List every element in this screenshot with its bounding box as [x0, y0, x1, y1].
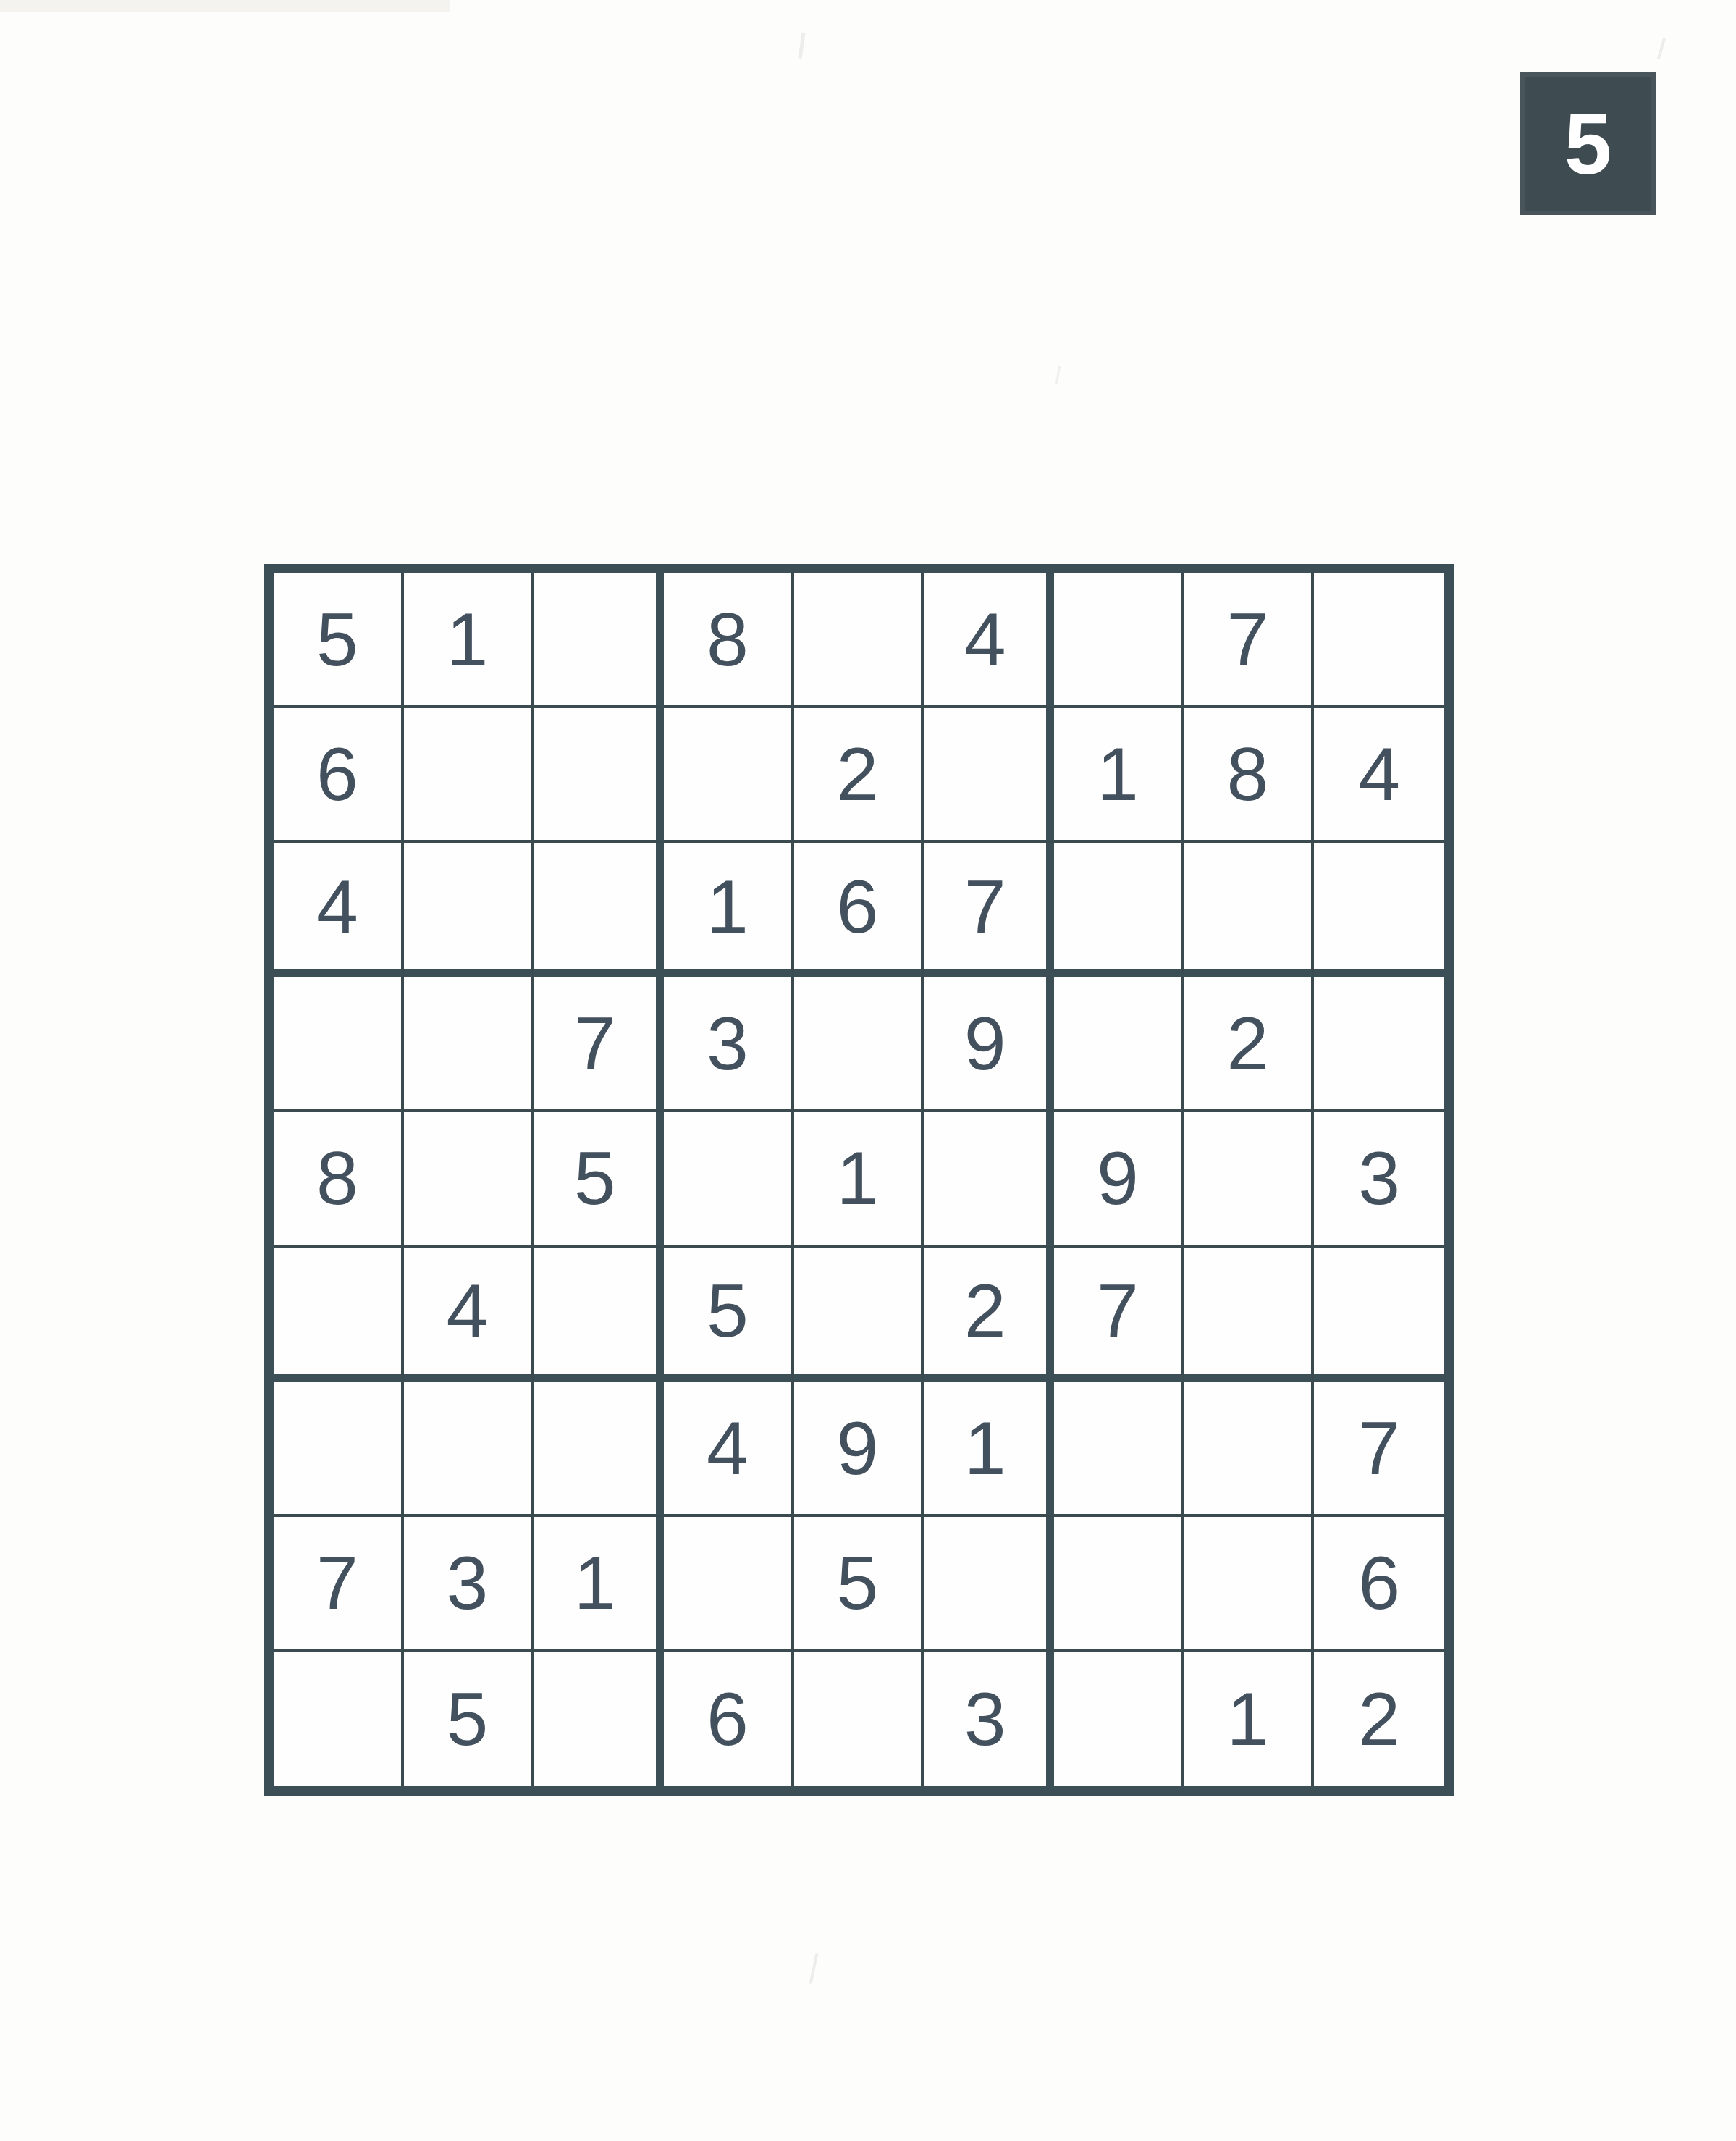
- cell-r8c5: 5: [794, 1517, 924, 1652]
- cell-r2c2: [404, 708, 534, 843]
- cell-r6c8: [1184, 1248, 1315, 1382]
- cell-r2c5: 2: [794, 708, 924, 843]
- sudoku-grid: 5184762184416773928519345274917731565631…: [264, 564, 1454, 1796]
- cell-r8c2: 3: [404, 1517, 534, 1652]
- cell-r1c4: 8: [664, 573, 794, 708]
- scan-speck: [1055, 366, 1061, 384]
- cell-r9c7: [1054, 1652, 1184, 1786]
- cell-r7c9: 7: [1314, 1382, 1444, 1517]
- cell-r6c7: 7: [1054, 1248, 1184, 1382]
- cell-r5c8: [1184, 1112, 1315, 1247]
- cell-r2c6: [924, 708, 1054, 843]
- cell-r4c7: [1054, 977, 1184, 1112]
- cell-r8c3: 1: [534, 1517, 664, 1652]
- cell-r4c2: [404, 977, 534, 1112]
- cell-r3c3: [534, 843, 664, 977]
- cell-r7c3: [534, 1382, 664, 1517]
- scan-speck: [809, 1953, 819, 1984]
- cell-r4c1: [274, 977, 404, 1112]
- cell-r2c3: [534, 708, 664, 843]
- cell-r1c1: 5: [274, 573, 404, 708]
- cell-r6c4: 5: [664, 1248, 794, 1382]
- cell-r1c8: 7: [1184, 573, 1315, 708]
- cell-r1c5: [794, 573, 924, 708]
- cell-r5c2: [404, 1112, 534, 1247]
- cell-r6c5: [794, 1248, 924, 1382]
- cell-r6c1: [274, 1248, 404, 1382]
- cell-r1c3: [534, 573, 664, 708]
- cell-r8c9: 6: [1314, 1517, 1444, 1652]
- cell-r8c1: 7: [274, 1517, 404, 1652]
- cell-r5c7: 9: [1054, 1112, 1184, 1247]
- cell-r8c6: [924, 1517, 1054, 1652]
- cell-r3c9: [1314, 843, 1444, 977]
- cell-r3c6: 7: [924, 843, 1054, 977]
- cell-r7c2: [404, 1382, 534, 1517]
- cell-r3c1: 4: [274, 843, 404, 977]
- cell-r8c4: [664, 1517, 794, 1652]
- cell-r6c3: [534, 1248, 664, 1382]
- cell-r3c7: [1054, 843, 1184, 977]
- cell-r4c8: 2: [1184, 977, 1315, 1112]
- cell-r3c4: 1: [664, 843, 794, 977]
- cell-r9c3: [534, 1652, 664, 1786]
- cell-r9c6: 3: [924, 1652, 1054, 1786]
- cell-r4c9: [1314, 977, 1444, 1112]
- cell-r2c4: [664, 708, 794, 843]
- cell-r9c5: [794, 1652, 924, 1786]
- cell-r1c7: [1054, 573, 1184, 708]
- cell-r9c9: 2: [1314, 1652, 1444, 1786]
- cell-r6c2: 4: [404, 1248, 534, 1382]
- cell-r9c1: [274, 1652, 404, 1786]
- cell-r9c4: 6: [664, 1652, 794, 1786]
- cell-r7c8: [1184, 1382, 1315, 1517]
- cell-r7c5: 9: [794, 1382, 924, 1517]
- cell-r6c6: 2: [924, 1248, 1054, 1382]
- cell-r4c4: 3: [664, 977, 794, 1112]
- cell-r2c9: 4: [1314, 708, 1444, 843]
- cell-r2c1: 6: [274, 708, 404, 843]
- cell-r7c7: [1054, 1382, 1184, 1517]
- cell-r1c6: 4: [924, 573, 1054, 708]
- cell-r5c3: 5: [534, 1112, 664, 1247]
- cell-r9c8: 1: [1184, 1652, 1315, 1786]
- cell-r5c1: 8: [274, 1112, 404, 1247]
- cell-r2c8: 8: [1184, 708, 1315, 843]
- cell-r7c6: 1: [924, 1382, 1054, 1517]
- cell-r4c5: [794, 977, 924, 1112]
- cell-r7c4: 4: [664, 1382, 794, 1517]
- cell-r7c1: [274, 1382, 404, 1517]
- cell-r8c8: [1184, 1517, 1315, 1652]
- cell-r9c2: 5: [404, 1652, 534, 1786]
- cell-r1c2: 1: [404, 573, 534, 708]
- cell-r3c8: [1184, 843, 1315, 977]
- cell-r4c3: 7: [534, 977, 664, 1112]
- cell-r5c6: [924, 1112, 1054, 1247]
- cell-r6c9: [1314, 1248, 1444, 1382]
- cell-r5c4: [664, 1112, 794, 1247]
- cell-r5c5: 1: [794, 1112, 924, 1247]
- scan-speck: [1657, 38, 1666, 59]
- cell-r8c7: [1054, 1517, 1184, 1652]
- cell-r4c6: 9: [924, 977, 1054, 1112]
- puzzle-number-badge: 5: [1520, 72, 1656, 215]
- cell-r3c5: 6: [794, 843, 924, 977]
- cell-r3c2: [404, 843, 534, 977]
- cell-r5c9: 3: [1314, 1112, 1444, 1247]
- scan-artifact-band: [0, 0, 450, 12]
- scan-speck: [799, 33, 806, 59]
- cell-r2c7: 1: [1054, 708, 1184, 843]
- cell-r1c9: [1314, 573, 1444, 708]
